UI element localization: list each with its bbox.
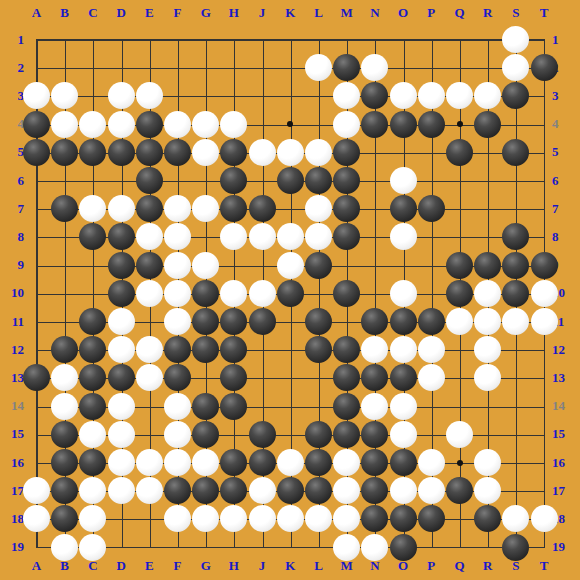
stone-black-E4 [136, 111, 163, 138]
coord-label-left-5: 5 [0, 144, 24, 160]
stone-white-G5 [192, 139, 219, 166]
coord-label-right-6: 6 [552, 173, 576, 189]
coord-label-left-9: 9 [0, 257, 24, 273]
stone-black-M10 [333, 280, 360, 307]
stone-white-C19 [79, 534, 106, 561]
stone-black-O7 [390, 195, 417, 222]
coord-label-bottom-E: E [139, 558, 159, 574]
stone-black-L6 [305, 167, 332, 194]
stone-black-P18 [418, 505, 445, 532]
stone-black-M5 [333, 139, 360, 166]
stone-white-E3 [136, 82, 163, 109]
coord-label-top-C: C [83, 5, 103, 21]
stone-white-G4 [192, 111, 219, 138]
stone-black-Q17 [446, 477, 473, 504]
stone-black-D10 [108, 280, 135, 307]
coord-label-right-3: 3 [552, 88, 576, 104]
stone-white-B14 [51, 393, 78, 420]
coord-label-right-17: 17 [552, 483, 576, 499]
coord-label-left-10: 10 [0, 285, 24, 301]
stone-black-F17 [164, 477, 191, 504]
stone-black-M6 [333, 167, 360, 194]
star-point-Q16 [457, 460, 463, 466]
coord-label-top-J: J [252, 5, 272, 21]
coord-label-left-13: 13 [0, 370, 24, 386]
coord-label-right-12: 12 [552, 342, 576, 358]
stone-white-J5 [249, 139, 276, 166]
stone-white-D12 [108, 336, 135, 363]
stone-white-T11 [531, 308, 558, 335]
coord-label-top-M: M [337, 5, 357, 21]
stone-white-L2 [305, 54, 332, 81]
stone-black-B5 [51, 139, 78, 166]
coord-label-right-1: 1 [552, 32, 576, 48]
coord-label-right-13: 13 [552, 370, 576, 386]
stone-black-B16 [51, 449, 78, 476]
stone-white-O14 [390, 393, 417, 420]
coord-label-left-12: 12 [0, 342, 24, 358]
stone-black-M14 [333, 393, 360, 420]
coord-label-left-19: 19 [0, 539, 24, 555]
coord-label-left-11: 11 [0, 314, 24, 330]
coord-label-top-O: O [393, 5, 413, 21]
stone-white-A17 [23, 477, 50, 504]
stone-black-E9 [136, 252, 163, 279]
stone-white-R10 [474, 280, 501, 307]
stone-white-O10 [390, 280, 417, 307]
stone-black-S10 [502, 280, 529, 307]
coord-label-top-R: R [478, 5, 498, 21]
coord-label-top-G: G [196, 5, 216, 21]
stone-black-A5 [23, 139, 50, 166]
coord-label-bottom-G: G [196, 558, 216, 574]
stone-black-J16 [249, 449, 276, 476]
stone-white-G9 [192, 252, 219, 279]
stone-white-M4 [333, 111, 360, 138]
coord-label-right-15: 15 [552, 426, 576, 442]
stone-white-O3 [390, 82, 417, 109]
stone-black-L11 [305, 308, 332, 335]
stone-white-F10 [164, 280, 191, 307]
stone-black-L9 [305, 252, 332, 279]
stone-black-E6 [136, 167, 163, 194]
coord-label-top-L: L [309, 5, 329, 21]
coord-label-right-16: 16 [552, 455, 576, 471]
stone-black-H5 [220, 139, 247, 166]
stone-white-L7 [305, 195, 332, 222]
coord-label-left-17: 17 [0, 483, 24, 499]
stone-white-P16 [418, 449, 445, 476]
coord-label-bottom-L: L [309, 558, 329, 574]
stone-black-N15 [361, 421, 388, 448]
coord-label-bottom-A: A [27, 558, 47, 574]
coord-label-left-15: 15 [0, 426, 24, 442]
stone-black-L15 [305, 421, 332, 448]
stone-black-P11 [418, 308, 445, 335]
stone-white-F16 [164, 449, 191, 476]
stone-black-D9 [108, 252, 135, 279]
stone-black-C5 [79, 139, 106, 166]
stone-black-P4 [418, 111, 445, 138]
stone-white-P12 [418, 336, 445, 363]
stone-white-P3 [418, 82, 445, 109]
stone-black-G14 [192, 393, 219, 420]
stone-white-N19 [361, 534, 388, 561]
stone-black-R9 [474, 252, 501, 279]
stone-white-F14 [164, 393, 191, 420]
stone-black-H14 [220, 393, 247, 420]
coord-label-bottom-K: K [280, 558, 300, 574]
coord-label-top-E: E [139, 5, 159, 21]
stone-black-J7 [249, 195, 276, 222]
stone-black-O11 [390, 308, 417, 335]
stone-black-M15 [333, 421, 360, 448]
stone-black-O19 [390, 534, 417, 561]
stone-white-F11 [164, 308, 191, 335]
stone-white-R16 [474, 449, 501, 476]
stone-black-J11 [249, 308, 276, 335]
stone-white-K9 [277, 252, 304, 279]
coord-label-right-5: 5 [552, 144, 576, 160]
coord-label-right-8: 8 [552, 229, 576, 245]
stone-white-E8 [136, 223, 163, 250]
stone-white-M16 [333, 449, 360, 476]
coord-label-bottom-D: D [111, 558, 131, 574]
stone-white-E16 [136, 449, 163, 476]
stone-white-K5 [277, 139, 304, 166]
coord-label-top-N: N [365, 5, 385, 21]
stone-white-D16 [108, 449, 135, 476]
coord-label-bottom-R: R [478, 558, 498, 574]
stone-white-O8 [390, 223, 417, 250]
stone-white-K16 [277, 449, 304, 476]
stone-black-D13 [108, 364, 135, 391]
coord-label-right-14: 14 [552, 398, 576, 414]
coord-label-left-14: 14 [0, 398, 24, 414]
stone-white-M19 [333, 534, 360, 561]
stone-black-L17 [305, 477, 332, 504]
stone-white-D14 [108, 393, 135, 420]
stone-white-R11 [474, 308, 501, 335]
star-point-Q4 [457, 121, 463, 127]
stone-white-E12 [136, 336, 163, 363]
stone-black-E5 [136, 139, 163, 166]
stone-black-Q10 [446, 280, 473, 307]
stone-white-T10 [531, 280, 558, 307]
stone-white-J8 [249, 223, 276, 250]
stone-black-F12 [164, 336, 191, 363]
coord-label-bottom-F: F [168, 558, 188, 574]
stone-white-Q15 [446, 421, 473, 448]
stone-white-P17 [418, 477, 445, 504]
stone-black-J15 [249, 421, 276, 448]
stone-black-B15 [51, 421, 78, 448]
coord-label-top-K: K [280, 5, 300, 21]
stone-black-R4 [474, 111, 501, 138]
stone-white-D15 [108, 421, 135, 448]
coord-label-bottom-P: P [421, 558, 441, 574]
stone-black-Q9 [446, 252, 473, 279]
coord-label-left-18: 18 [0, 511, 24, 527]
coord-label-right-19: 19 [552, 539, 576, 555]
coord-label-top-P: P [421, 5, 441, 21]
coord-label-top-H: H [224, 5, 244, 21]
stone-white-P13 [418, 364, 445, 391]
stone-black-K17 [277, 477, 304, 504]
coord-label-top-F: F [168, 5, 188, 21]
stone-white-K18 [277, 505, 304, 532]
stone-white-E10 [136, 280, 163, 307]
stone-black-S5 [502, 139, 529, 166]
stone-white-O17 [390, 477, 417, 504]
stone-white-O15 [390, 421, 417, 448]
stone-black-O16 [390, 449, 417, 476]
stone-white-D17 [108, 477, 135, 504]
stone-white-J10 [249, 280, 276, 307]
stone-black-C14 [79, 393, 106, 420]
stone-white-N14 [361, 393, 388, 420]
stone-white-D4 [108, 111, 135, 138]
stone-white-D3 [108, 82, 135, 109]
stone-black-S19 [502, 534, 529, 561]
stone-black-S9 [502, 252, 529, 279]
coord-label-left-1: 1 [0, 32, 24, 48]
stone-black-K10 [277, 280, 304, 307]
stone-white-D11 [108, 308, 135, 335]
stone-white-E17 [136, 477, 163, 504]
coord-label-top-D: D [111, 5, 131, 21]
stone-black-A4 [23, 111, 50, 138]
stone-white-T18 [531, 505, 558, 532]
coord-label-bottom-T: T [534, 558, 554, 574]
stone-black-G10 [192, 280, 219, 307]
stone-black-E7 [136, 195, 163, 222]
stone-black-D8 [108, 223, 135, 250]
stone-white-H4 [220, 111, 247, 138]
stone-black-Q5 [446, 139, 473, 166]
stone-black-F5 [164, 139, 191, 166]
stone-white-B19 [51, 534, 78, 561]
stone-black-G15 [192, 421, 219, 448]
stone-white-C15 [79, 421, 106, 448]
coord-label-left-4: 4 [0, 116, 24, 132]
stone-black-T9 [531, 252, 558, 279]
coord-label-top-S: S [506, 5, 526, 21]
stone-black-T2 [531, 54, 558, 81]
stone-black-O18 [390, 505, 417, 532]
stone-white-F15 [164, 421, 191, 448]
coord-label-right-4: 4 [552, 116, 576, 132]
coord-label-bottom-H: H [224, 558, 244, 574]
stone-black-K6 [277, 167, 304, 194]
coord-label-left-2: 2 [0, 60, 24, 76]
stone-white-H10 [220, 280, 247, 307]
stone-white-F4 [164, 111, 191, 138]
stone-white-F9 [164, 252, 191, 279]
stone-white-Q11 [446, 308, 473, 335]
coord-label-left-16: 16 [0, 455, 24, 471]
coord-label-bottom-Q: Q [450, 558, 470, 574]
stone-black-O13 [390, 364, 417, 391]
stone-white-K8 [277, 223, 304, 250]
stone-black-D5 [108, 139, 135, 166]
coord-label-left-7: 7 [0, 201, 24, 217]
coord-label-bottom-J: J [252, 558, 272, 574]
coord-label-right-7: 7 [552, 201, 576, 217]
coord-label-top-B: B [55, 5, 75, 21]
coord-label-top-T: T [534, 5, 554, 21]
stone-white-L5 [305, 139, 332, 166]
coord-label-left-8: 8 [0, 229, 24, 245]
stone-black-P7 [418, 195, 445, 222]
stone-white-G16 [192, 449, 219, 476]
stone-black-G11 [192, 308, 219, 335]
coord-label-left-6: 6 [0, 173, 24, 189]
stone-white-J17 [249, 477, 276, 504]
stone-black-N4 [361, 111, 388, 138]
coord-label-left-3: 3 [0, 88, 24, 104]
stone-white-B4 [51, 111, 78, 138]
stone-white-C4 [79, 111, 106, 138]
stone-white-F7 [164, 195, 191, 222]
stone-black-L16 [305, 449, 332, 476]
coord-label-top-A: A [27, 5, 47, 21]
stone-white-O12 [390, 336, 417, 363]
coord-label-top-Q: Q [450, 5, 470, 21]
stone-white-J18 [249, 505, 276, 532]
stone-white-O6 [390, 167, 417, 194]
stone-white-E13 [136, 364, 163, 391]
go-board[interactable]: AABBCCDDEEFFGGHHJJKKLLMMNNOOPPQQRRSSTT11… [0, 0, 580, 580]
stone-black-L12 [305, 336, 332, 363]
stone-white-D7 [108, 195, 135, 222]
stone-black-O4 [390, 111, 417, 138]
